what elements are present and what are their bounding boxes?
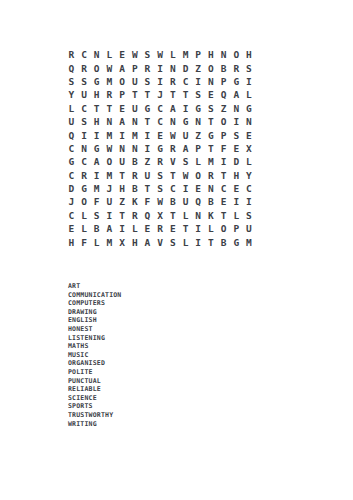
grid-cell-r4c5: P: [116, 88, 129, 101]
grid-cell-r8c13: F: [217, 142, 230, 155]
grid-cell-r11c10: I: [179, 182, 192, 195]
grid-cell-r5c12: S: [205, 102, 218, 115]
grid-cell-r9c4: O: [103, 155, 116, 168]
grid-cell-r11c7: T: [141, 182, 154, 195]
word-list-item: LISTENING: [68, 334, 121, 343]
grid-cell-r8c10: A: [179, 142, 192, 155]
grid-cell-r14c1: E: [65, 222, 78, 235]
grid-cell-r3c1: S: [65, 75, 78, 88]
grid-cell-r13c13: T: [217, 209, 230, 222]
grid-cell-r14c13: O: [217, 222, 230, 235]
grid-cell-r14c7: E: [141, 222, 154, 235]
grid-cell-r11c3: M: [90, 182, 103, 195]
grid-cell-r2c3: O: [90, 61, 103, 74]
grid-cell-r12c11: Q: [192, 195, 205, 208]
grid-cell-r5c15: G: [243, 102, 256, 115]
grid-cell-r5c13: Z: [217, 102, 230, 115]
grid-cell-r5c6: U: [128, 102, 141, 115]
grid-cell-r11c15: C: [243, 182, 256, 195]
grid-cell-r12c10: U: [179, 195, 192, 208]
grid-cell-r13c7: Q: [141, 209, 154, 222]
grid-cell-r8c2: N: [78, 142, 91, 155]
grid-cell-r10c4: M: [103, 169, 116, 182]
word-list-item: PUNCTUAL: [68, 377, 121, 386]
grid-cell-r5c14: N: [230, 102, 243, 115]
grid-cell-r3c12: N: [205, 75, 218, 88]
grid-cell-r8c6: N: [128, 142, 141, 155]
grid-cell-r14c3: B: [90, 222, 103, 235]
grid-cell-r9c12: M: [205, 155, 218, 168]
grid-cell-r7c11: Z: [192, 128, 205, 141]
grid-cell-r2c5: A: [116, 61, 129, 74]
grid-cell-r4c2: U: [78, 88, 91, 101]
grid-cell-r3c15: I: [243, 75, 256, 88]
grid-cell-r8c1: C: [65, 142, 78, 155]
grid-cell-r10c6: R: [128, 169, 141, 182]
grid-cell-r9c1: G: [65, 155, 78, 168]
grid-cell-r9c11: L: [192, 155, 205, 168]
grid-cell-r9c15: L: [243, 155, 256, 168]
grid-cell-r9c14: D: [230, 155, 243, 168]
word-list-item: SPORTS: [68, 402, 121, 411]
grid-cell-r13c8: X: [154, 209, 167, 222]
grid-cell-r4c8: J: [154, 88, 167, 101]
grid-cell-r4c7: T: [141, 88, 154, 101]
grid-cell-r2c8: I: [154, 61, 167, 74]
grid-cell-r1c15: H: [243, 48, 256, 61]
grid-cell-r5c3: T: [90, 102, 103, 115]
grid-cell-r9c3: A: [90, 155, 103, 168]
grid-cell-r1c7: S: [141, 48, 154, 61]
grid-cell-r6c2: S: [78, 115, 91, 128]
grid-cell-r10c12: R: [205, 169, 218, 182]
grid-cell-r6c7: T: [141, 115, 154, 128]
word-list-item: POLITE: [68, 368, 121, 377]
grid-cell-r15c10: L: [179, 235, 192, 248]
grid-cell-r13c6: R: [128, 209, 141, 222]
grid-cell-r2c7: R: [141, 61, 154, 74]
grid-cell-r8c9: R: [167, 142, 180, 155]
grid-cell-r10c8: S: [154, 169, 167, 182]
grid-cell-r1c4: L: [103, 48, 116, 61]
grid-cell-r5c1: L: [65, 102, 78, 115]
grid-cell-r10c11: O: [192, 169, 205, 182]
grid-cell-r11c4: J: [103, 182, 116, 195]
word-list-item: DRAWING: [68, 308, 121, 317]
grid-cell-r14c11: I: [192, 222, 205, 235]
grid-cell-r7c8: E: [154, 128, 167, 141]
word-list-item: COMMUNICATION: [68, 291, 121, 300]
grid-cell-r11c11: E: [192, 182, 205, 195]
grid-cell-r15c11: I: [192, 235, 205, 248]
grid-cell-r14c15: U: [243, 222, 256, 235]
grid-cell-r7c1: Q: [65, 128, 78, 141]
grid-cell-r15c14: G: [230, 235, 243, 248]
grid-cell-r7c4: M: [103, 128, 116, 141]
grid-cell-r3c13: P: [217, 75, 230, 88]
grid-cell-r4c13: Q: [217, 88, 230, 101]
grid-cell-r7c10: U: [179, 128, 192, 141]
grid-cell-r3c8: I: [154, 75, 167, 88]
grid-cell-r3c6: U: [128, 75, 141, 88]
grid-cell-r10c3: I: [90, 169, 103, 182]
grid-cell-r11c13: C: [217, 182, 230, 195]
grid-cell-r12c6: K: [128, 195, 141, 208]
grid-cell-r8c15: X: [243, 142, 256, 155]
word-search-grid: RCNLEWSWLMPHNOHQROWAPRINDZOBRSSSGMOUSIRC…: [65, 48, 255, 249]
grid-cell-r5c2: C: [78, 102, 91, 115]
grid-cell-r14c2: L: [78, 222, 91, 235]
grid-cell-r9c7: Z: [141, 155, 154, 168]
grid-cell-r8c5: N: [116, 142, 129, 155]
grid-cell-r9c13: I: [217, 155, 230, 168]
word-list-item: MATHS: [68, 342, 121, 351]
grid-cell-r13c4: I: [103, 209, 116, 222]
grid-cell-r4c9: T: [167, 88, 180, 101]
grid-cell-r12c4: U: [103, 195, 116, 208]
word-list-item: ORGANISED: [68, 359, 121, 368]
grid-cell-r4c11: S: [192, 88, 205, 101]
grid-cell-r10c9: T: [167, 169, 180, 182]
grid-cell-r2c10: D: [179, 61, 192, 74]
word-list-item: ENGLISH: [68, 316, 121, 325]
grid-cell-r1c13: N: [217, 48, 230, 61]
grid-cell-r8c4: W: [103, 142, 116, 155]
grid-cell-r12c14: I: [230, 195, 243, 208]
grid-cell-r15c4: M: [103, 235, 116, 248]
grid-cell-r2c1: Q: [65, 61, 78, 74]
grid-cell-r8c3: G: [90, 142, 103, 155]
grid-cell-r10c14: H: [230, 169, 243, 182]
grid-cell-r3c5: O: [116, 75, 129, 88]
grid-cell-r1c5: E: [116, 48, 129, 61]
grid-cell-r7c15: E: [243, 128, 256, 141]
grid-cell-r2c14: R: [230, 61, 243, 74]
grid-cell-r7c5: I: [116, 128, 129, 141]
word-list-item: ART: [68, 282, 121, 291]
grid-cell-r3c4: M: [103, 75, 116, 88]
grid-cell-r12c8: W: [154, 195, 167, 208]
grid-cell-r10c15: Y: [243, 169, 256, 182]
grid-cell-r1c6: W: [128, 48, 141, 61]
grid-cell-r4c4: R: [103, 88, 116, 101]
grid-cell-r1c14: O: [230, 48, 243, 61]
grid-cell-r5c5: E: [116, 102, 129, 115]
word-list-item: MUSIC: [68, 351, 121, 360]
grid-cell-r11c5: H: [116, 182, 129, 195]
grid-cell-r12c3: F: [90, 195, 103, 208]
grid-cell-r4c3: H: [90, 88, 103, 101]
grid-cell-r15c9: S: [167, 235, 180, 248]
grid-cell-r4c10: T: [179, 88, 192, 101]
grid-cell-r6c3: H: [90, 115, 103, 128]
grid-cell-r12c2: O: [78, 195, 91, 208]
grid-cell-r14c12: L: [205, 222, 218, 235]
word-list-item: SCIENCE: [68, 394, 121, 403]
grid-cell-r5c8: C: [154, 102, 167, 115]
grid-cell-r2c15: S: [243, 61, 256, 74]
grid-cell-r14c6: L: [128, 222, 141, 235]
grid-cell-r12c15: I: [243, 195, 256, 208]
grid-cell-r6c15: N: [243, 115, 256, 128]
grid-cell-r12c7: F: [141, 195, 154, 208]
word-list-item: HONEST: [68, 325, 121, 334]
grid-cell-r12c12: B: [205, 195, 218, 208]
grid-cell-r10c10: W: [179, 169, 192, 182]
grid-cell-r6c1: U: [65, 115, 78, 128]
grid-cell-r6c9: N: [167, 115, 180, 128]
word-list-item: WRITING: [68, 420, 121, 429]
grid-cell-r2c6: P: [128, 61, 141, 74]
grid-cell-r15c2: F: [78, 235, 91, 248]
grid-cell-r14c8: R: [154, 222, 167, 235]
grid-cell-r6c14: I: [230, 115, 243, 128]
grid-cell-r8c7: I: [141, 142, 154, 155]
word-list-item: COMPUTERS: [68, 299, 121, 308]
grid-cell-r2c13: B: [217, 61, 230, 74]
grid-cell-r1c3: N: [90, 48, 103, 61]
grid-cell-r13c11: N: [192, 209, 205, 222]
grid-cell-r5c7: G: [141, 102, 154, 115]
grid-cell-r3c3: G: [90, 75, 103, 88]
grid-cell-r6c10: G: [179, 115, 192, 128]
grid-cell-r11c12: N: [205, 182, 218, 195]
grid-cell-r2c9: N: [167, 61, 180, 74]
grid-cell-r9c5: U: [116, 155, 129, 168]
grid-cell-r15c15: M: [243, 235, 256, 248]
grid-cell-r14c4: A: [103, 222, 116, 235]
grid-cell-r13c14: L: [230, 209, 243, 222]
grid-cell-r12c1: J: [65, 195, 78, 208]
grid-cell-r13c2: L: [78, 209, 91, 222]
grid-cell-r11c8: S: [154, 182, 167, 195]
grid-cell-r9c8: R: [154, 155, 167, 168]
grid-cell-r15c1: H: [65, 235, 78, 248]
grid-cell-r8c14: E: [230, 142, 243, 155]
grid-cell-r5c11: G: [192, 102, 205, 115]
grid-cell-r11c2: G: [78, 182, 91, 195]
grid-cell-r14c9: E: [167, 222, 180, 235]
grid-cell-r6c12: T: [205, 115, 218, 128]
grid-cell-r7c2: I: [78, 128, 91, 141]
grid-cell-r6c5: A: [116, 115, 129, 128]
grid-cell-r14c14: P: [230, 222, 243, 235]
grid-cell-r7c3: I: [90, 128, 103, 141]
grid-cell-r7c12: G: [205, 128, 218, 141]
grid-cell-r4c12: E: [205, 88, 218, 101]
grid-cell-r6c8: C: [154, 115, 167, 128]
grid-cell-r1c2: C: [78, 48, 91, 61]
grid-cell-r1c11: P: [192, 48, 205, 61]
grid-cell-r9c2: C: [78, 155, 91, 168]
grid-cell-r8c12: T: [205, 142, 218, 155]
grid-cell-r3c10: C: [179, 75, 192, 88]
grid-cell-r4c14: A: [230, 88, 243, 101]
grid-cell-r3c2: S: [78, 75, 91, 88]
grid-cell-r10c2: R: [78, 169, 91, 182]
grid-cell-r9c6: B: [128, 155, 141, 168]
grid-cell-r13c3: S: [90, 209, 103, 222]
grid-cell-r11c14: E: [230, 182, 243, 195]
grid-cell-r13c15: S: [243, 209, 256, 222]
grid-cell-r13c5: T: [116, 209, 129, 222]
grid-cell-r7c14: S: [230, 128, 243, 141]
grid-cell-r3c11: I: [192, 75, 205, 88]
grid-cell-r4c15: L: [243, 88, 256, 101]
grid-cell-r12c9: B: [167, 195, 180, 208]
grid-cell-r4c1: Y: [65, 88, 78, 101]
grid-cell-r1c12: H: [205, 48, 218, 61]
grid-cell-r8c11: P: [192, 142, 205, 155]
grid-cell-r7c9: W: [167, 128, 180, 141]
grid-cell-r14c5: I: [116, 222, 129, 235]
grid-cell-r11c6: B: [128, 182, 141, 195]
grid-cell-r12c13: E: [217, 195, 230, 208]
grid-cell-r1c9: L: [167, 48, 180, 61]
grid-cell-r2c11: Z: [192, 61, 205, 74]
grid-cell-r11c1: D: [65, 182, 78, 195]
grid-cell-r9c9: V: [167, 155, 180, 168]
grid-cell-r2c12: O: [205, 61, 218, 74]
grid-cell-r13c9: T: [167, 209, 180, 222]
grid-cell-r10c1: C: [65, 169, 78, 182]
grid-cell-r6c4: N: [103, 115, 116, 128]
grid-cell-r12c5: Z: [116, 195, 129, 208]
grid-cell-r15c8: V: [154, 235, 167, 248]
grid-cell-r2c2: R: [78, 61, 91, 74]
grid-cell-r13c1: C: [65, 209, 78, 222]
grid-cell-r8c8: G: [154, 142, 167, 155]
grid-cell-r9c10: S: [179, 155, 192, 168]
grid-cell-r15c6: H: [128, 235, 141, 248]
grid-cell-r4c6: T: [128, 88, 141, 101]
grid-cell-r5c10: I: [179, 102, 192, 115]
grid-cell-r10c7: U: [141, 169, 154, 182]
grid-cell-r7c13: P: [217, 128, 230, 141]
grid-cell-r6c11: N: [192, 115, 205, 128]
grid-cell-r1c1: R: [65, 48, 78, 61]
grid-cell-r7c6: M: [128, 128, 141, 141]
grid-cell-r15c7: A: [141, 235, 154, 248]
grid-cell-r5c4: T: [103, 102, 116, 115]
grid-cell-r1c8: W: [154, 48, 167, 61]
grid-cell-r10c5: T: [116, 169, 129, 182]
word-list: ARTCOMMUNICATIONCOMPUTERSDRAWINGENGLISHH…: [68, 282, 121, 428]
word-list-item: TRUSTWORTHY: [68, 411, 121, 420]
grid-cell-r3c14: G: [230, 75, 243, 88]
grid-cell-r7c7: I: [141, 128, 154, 141]
grid-cell-r10c13: T: [217, 169, 230, 182]
grid-cell-r15c5: X: [116, 235, 129, 248]
grid-cell-r15c13: B: [217, 235, 230, 248]
grid-cell-r6c13: O: [217, 115, 230, 128]
grid-cell-r11c9: C: [167, 182, 180, 195]
grid-cell-r15c3: L: [90, 235, 103, 248]
grid-cell-r2c4: W: [103, 61, 116, 74]
grid-cell-r13c10: L: [179, 209, 192, 222]
grid-cell-r5c9: A: [167, 102, 180, 115]
grid-cell-r3c9: R: [167, 75, 180, 88]
grid-cell-r14c10: T: [179, 222, 192, 235]
word-list-item: RELIABLE: [68, 385, 121, 394]
grid-cell-r15c12: T: [205, 235, 218, 248]
grid-cell-r3c7: S: [141, 75, 154, 88]
grid-cell-r13c12: K: [205, 209, 218, 222]
worksheet-page: RCNLEWSWLMPHNOHQROWAPRINDZOBRSSSGMOUSIRC…: [0, 0, 353, 500]
grid-cell-r1c10: M: [179, 48, 192, 61]
grid-cell-r6c6: N: [128, 115, 141, 128]
